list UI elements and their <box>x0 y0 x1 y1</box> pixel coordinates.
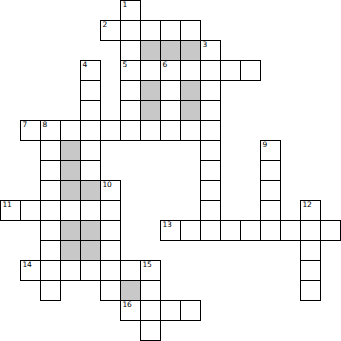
letter-cell[interactable] <box>300 240 321 261</box>
letter-cell[interactable] <box>140 320 161 341</box>
letter-cell[interactable] <box>80 260 101 281</box>
letter-cell[interactable] <box>180 220 201 241</box>
letter-cell[interactable] <box>140 300 161 321</box>
letter-cell[interactable] <box>200 160 221 181</box>
letter-cell[interactable] <box>240 220 261 241</box>
block-cell <box>140 80 161 101</box>
letter-cell[interactable] <box>20 120 41 141</box>
letter-cell[interactable] <box>320 220 341 241</box>
letter-cell[interactable] <box>120 120 141 141</box>
letter-cell[interactable] <box>200 80 221 101</box>
letter-cell[interactable] <box>80 100 101 121</box>
letter-cell[interactable] <box>40 280 61 301</box>
letter-cell[interactable] <box>80 80 101 101</box>
letter-cell[interactable] <box>260 140 281 161</box>
letter-cell[interactable] <box>120 100 141 121</box>
letter-cell[interactable] <box>200 200 221 221</box>
letter-cell[interactable] <box>160 100 181 121</box>
letter-cell[interactable] <box>160 220 181 241</box>
block-cell <box>120 280 141 301</box>
letter-cell[interactable] <box>300 280 321 301</box>
letter-cell[interactable] <box>160 300 181 321</box>
letter-cell[interactable] <box>200 180 221 201</box>
block-cell <box>60 180 81 201</box>
block-cell <box>160 40 181 61</box>
letter-cell[interactable] <box>100 280 121 301</box>
letter-cell[interactable] <box>160 120 181 141</box>
block-cell <box>60 140 81 161</box>
letter-cell[interactable] <box>80 160 101 181</box>
block-cell <box>80 240 101 261</box>
letter-cell[interactable] <box>20 200 41 221</box>
letter-cell[interactable] <box>220 60 241 81</box>
letter-cell[interactable] <box>120 0 141 21</box>
letter-cell[interactable] <box>120 60 141 81</box>
letter-cell[interactable] <box>80 140 101 161</box>
letter-cell[interactable] <box>80 120 101 141</box>
letter-cell[interactable] <box>40 220 61 241</box>
letter-cell[interactable] <box>180 20 201 41</box>
block-cell <box>60 160 81 181</box>
letter-cell[interactable] <box>200 220 221 241</box>
letter-cell[interactable] <box>80 60 101 81</box>
block-cell <box>60 240 81 261</box>
letter-cell[interactable] <box>140 120 161 141</box>
letter-cell[interactable] <box>200 120 221 141</box>
letter-cell[interactable] <box>100 220 121 241</box>
letter-cell[interactable] <box>180 120 201 141</box>
letter-cell[interactable] <box>200 60 221 81</box>
letter-cell[interactable] <box>180 60 201 81</box>
letter-cell[interactable] <box>60 260 81 281</box>
block-cell <box>60 220 81 241</box>
letter-cell[interactable] <box>160 60 181 81</box>
letter-cell[interactable] <box>260 220 281 241</box>
letter-cell[interactable] <box>40 260 61 281</box>
letter-cell[interactable] <box>100 240 121 261</box>
letter-cell[interactable] <box>140 20 161 41</box>
letter-cell[interactable] <box>200 140 221 161</box>
block-cell <box>140 100 161 121</box>
letter-cell[interactable] <box>140 260 161 281</box>
letter-cell[interactable] <box>160 80 181 101</box>
letter-cell[interactable] <box>120 80 141 101</box>
letter-cell[interactable] <box>80 200 101 221</box>
letter-cell[interactable] <box>120 300 141 321</box>
letter-cell[interactable] <box>0 200 21 221</box>
letter-cell[interactable] <box>300 260 321 281</box>
letter-cell[interactable] <box>100 200 121 221</box>
letter-cell[interactable] <box>40 240 61 261</box>
letter-cell[interactable] <box>100 120 121 141</box>
letter-cell[interactable] <box>300 200 321 221</box>
block-cell <box>180 40 201 61</box>
letter-cell[interactable] <box>180 300 201 321</box>
letter-cell[interactable] <box>40 200 61 221</box>
letter-cell[interactable] <box>260 180 281 201</box>
letter-cell[interactable] <box>100 260 121 281</box>
letter-cell[interactable] <box>120 40 141 61</box>
letter-cell[interactable] <box>300 220 321 241</box>
letter-cell[interactable] <box>160 20 181 41</box>
letter-cell[interactable] <box>40 120 61 141</box>
block-cell <box>140 40 161 61</box>
letter-cell[interactable] <box>240 60 261 81</box>
letter-cell[interactable] <box>60 200 81 221</box>
letter-cell[interactable] <box>280 220 301 241</box>
letter-cell[interactable] <box>60 120 81 141</box>
letter-cell[interactable] <box>260 160 281 181</box>
letter-cell[interactable] <box>140 60 161 81</box>
letter-cell[interactable] <box>140 280 161 301</box>
block-cell <box>180 100 201 121</box>
letter-cell[interactable] <box>120 260 141 281</box>
block-cell <box>180 80 201 101</box>
letter-cell[interactable] <box>40 160 61 181</box>
block-cell <box>80 180 101 201</box>
letter-cell[interactable] <box>40 180 61 201</box>
letter-cell[interactable] <box>100 180 121 201</box>
letter-cell[interactable] <box>120 20 141 41</box>
letter-cell[interactable] <box>40 140 61 161</box>
block-cell <box>80 220 101 241</box>
letter-cell[interactable] <box>220 220 241 241</box>
letter-cell[interactable] <box>100 20 121 41</box>
letter-cell[interactable] <box>20 260 41 281</box>
letter-cell[interactable] <box>260 200 281 221</box>
letter-cell[interactable] <box>200 40 221 61</box>
crossword-board: 12345678910111213141516 <box>0 0 341 341</box>
letter-cell[interactable] <box>200 100 221 121</box>
